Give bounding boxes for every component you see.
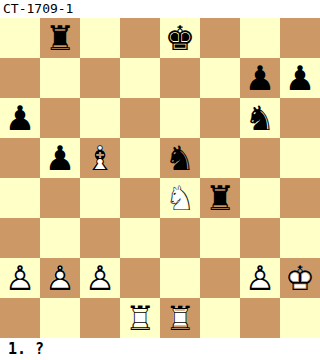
square-b7[interactable] (40, 58, 80, 98)
square-h5[interactable] (280, 138, 320, 178)
square-f5[interactable] (200, 138, 240, 178)
piece-white-rook: ♜♖ (120, 298, 160, 338)
square-a8[interactable] (0, 18, 40, 58)
square-a2[interactable]: ♟♙ (0, 258, 40, 298)
square-h2[interactable]: ♚♔ (280, 258, 320, 298)
square-b1[interactable] (40, 298, 80, 338)
square-g3[interactable] (240, 218, 280, 258)
square-g7[interactable]: ♟ (240, 58, 280, 98)
piece-white-rook: ♜♖ (160, 298, 200, 338)
square-f4[interactable]: ♜ (200, 178, 240, 218)
square-c4[interactable] (80, 178, 120, 218)
square-c6[interactable] (80, 98, 120, 138)
square-h4[interactable] (280, 178, 320, 218)
square-e3[interactable] (160, 218, 200, 258)
square-a7[interactable] (0, 58, 40, 98)
white-piece-outline: ♖ (120, 298, 160, 338)
square-b6[interactable] (40, 98, 80, 138)
square-e2[interactable] (160, 258, 200, 298)
square-c8[interactable] (80, 18, 120, 58)
piece-white-bishop: ♝♗ (80, 138, 120, 178)
square-d3[interactable] (120, 218, 160, 258)
piece-black-rook: ♜ (40, 18, 80, 58)
piece-white-knight: ♞♘ (160, 178, 200, 218)
black-piece-glyph: ♞ (160, 138, 200, 178)
square-b2[interactable]: ♟♙ (40, 258, 80, 298)
white-piece-outline: ♗ (80, 138, 120, 178)
square-g6[interactable]: ♞ (240, 98, 280, 138)
square-d4[interactable] (120, 178, 160, 218)
square-d7[interactable] (120, 58, 160, 98)
piece-white-king: ♚♔ (280, 258, 320, 298)
square-a1[interactable] (0, 298, 40, 338)
black-piece-glyph: ♞ (240, 98, 280, 138)
square-d6[interactable] (120, 98, 160, 138)
square-b8[interactable]: ♜ (40, 18, 80, 58)
piece-white-pawn: ♟♙ (80, 258, 120, 298)
square-c3[interactable] (80, 218, 120, 258)
piece-black-pawn: ♟ (40, 138, 80, 178)
square-f3[interactable] (200, 218, 240, 258)
white-piece-outline: ♔ (280, 258, 320, 298)
square-a6[interactable]: ♟ (0, 98, 40, 138)
square-c7[interactable] (80, 58, 120, 98)
piece-white-pawn: ♟♙ (40, 258, 80, 298)
square-e6[interactable] (160, 98, 200, 138)
square-e7[interactable] (160, 58, 200, 98)
piece-black-king: ♚ (160, 18, 200, 58)
square-c1[interactable] (80, 298, 120, 338)
piece-white-pawn: ♟♙ (0, 258, 40, 298)
square-g2[interactable]: ♟♙ (240, 258, 280, 298)
black-piece-glyph: ♜ (40, 18, 80, 58)
square-h6[interactable] (280, 98, 320, 138)
white-piece-outline: ♖ (160, 298, 200, 338)
square-g5[interactable] (240, 138, 280, 178)
square-h3[interactable] (280, 218, 320, 258)
black-piece-glyph: ♟ (40, 138, 80, 178)
square-h1[interactable] (280, 298, 320, 338)
square-d5[interactable] (120, 138, 160, 178)
square-c5[interactable]: ♝♗ (80, 138, 120, 178)
square-e4[interactable]: ♞♘ (160, 178, 200, 218)
square-f7[interactable] (200, 58, 240, 98)
white-piece-outline: ♙ (80, 258, 120, 298)
black-piece-glyph: ♟ (240, 58, 280, 98)
white-piece-outline: ♙ (0, 258, 40, 298)
white-piece-outline: ♙ (40, 258, 80, 298)
square-d2[interactable] (120, 258, 160, 298)
square-f6[interactable] (200, 98, 240, 138)
square-d8[interactable] (120, 18, 160, 58)
square-c2[interactable]: ♟♙ (80, 258, 120, 298)
square-a5[interactable] (0, 138, 40, 178)
piece-black-pawn: ♟ (240, 58, 280, 98)
chess-board: ♜♚♟♟♟♞♟♝♗♞♞♘♜♟♙♟♙♟♙♟♙♚♔♜♖♜♖ (0, 18, 320, 338)
black-piece-glyph: ♟ (280, 58, 320, 98)
move-prompt: 1. ? (0, 338, 320, 360)
piece-black-knight: ♞ (240, 98, 280, 138)
square-a3[interactable] (0, 218, 40, 258)
square-g1[interactable] (240, 298, 280, 338)
square-a4[interactable] (0, 178, 40, 218)
piece-black-knight: ♞ (160, 138, 200, 178)
square-h7[interactable]: ♟ (280, 58, 320, 98)
diagram-title: CT-1709-1 (0, 0, 320, 18)
black-piece-glyph: ♟ (0, 98, 40, 138)
square-e5[interactable]: ♞ (160, 138, 200, 178)
piece-black-pawn: ♟ (0, 98, 40, 138)
white-piece-outline: ♘ (160, 178, 200, 218)
square-e8[interactable]: ♚ (160, 18, 200, 58)
square-h8[interactable] (280, 18, 320, 58)
piece-black-pawn: ♟ (280, 58, 320, 98)
piece-black-rook: ♜ (200, 178, 240, 218)
piece-white-pawn: ♟♙ (240, 258, 280, 298)
square-b3[interactable] (40, 218, 80, 258)
square-b4[interactable] (40, 178, 80, 218)
black-piece-glyph: ♚ (160, 18, 200, 58)
square-f8[interactable] (200, 18, 240, 58)
square-g8[interactable] (240, 18, 280, 58)
square-b5[interactable]: ♟ (40, 138, 80, 178)
square-f1[interactable] (200, 298, 240, 338)
black-piece-glyph: ♜ (200, 178, 240, 218)
white-piece-outline: ♙ (240, 258, 280, 298)
square-d1[interactable]: ♜♖ (120, 298, 160, 338)
square-f2[interactable] (200, 258, 240, 298)
square-g4[interactable] (240, 178, 280, 218)
square-e1[interactable]: ♜♖ (160, 298, 200, 338)
